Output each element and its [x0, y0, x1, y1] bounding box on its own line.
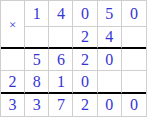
- cell-r1-c3: 4: [49, 1, 73, 27]
- cell-r2-c2: [25, 27, 49, 49]
- cell-r3-c3: 6: [49, 49, 73, 71]
- cell-r3-c5: 0: [98, 49, 122, 71]
- cell-r3-c4: 2: [73, 49, 97, 71]
- cell-r1-c2: 1: [25, 1, 49, 27]
- cell-r2-c5: 4: [98, 27, 122, 49]
- cell-r5-c5: 0: [98, 94, 122, 116]
- cell-r4-c6: [122, 71, 146, 94]
- cell-r5-c1: 3: [1, 94, 25, 116]
- cell-r4-c3: 1: [49, 71, 73, 94]
- multiply-icon: ×: [9, 18, 16, 31]
- cell-r5-c3: 7: [49, 94, 73, 116]
- cell-r1-c6: 0: [122, 1, 146, 27]
- cell-r3-c6: [122, 49, 146, 71]
- cell-r5-c4: 2: [73, 94, 97, 116]
- cell-r4-c1: 2: [1, 71, 25, 94]
- cell-r1-c4: 0: [73, 1, 97, 27]
- cell-r4-c5: [98, 71, 122, 94]
- cell-r4-c4: 0: [73, 71, 97, 94]
- cell-r5-c2: 3: [25, 94, 49, 116]
- cell-r3-c2: 5: [25, 49, 49, 71]
- multiply-sign-cell: ×: [1, 1, 25, 49]
- cell-r2-c3: [49, 27, 73, 49]
- cell-r2-c6: [122, 27, 146, 49]
- cell-r5-c6: 0: [122, 94, 146, 116]
- cell-r2-c4: 2: [73, 27, 97, 49]
- cell-r1-c5: 5: [98, 1, 122, 27]
- multiplication-grid: × 1 4 0 5 0 2 4 5 6 2 0 2 8 1 0 3 3 7 2 …: [0, 0, 147, 117]
- cell-r3-c1: [1, 49, 25, 71]
- cell-r4-c2: 8: [25, 71, 49, 94]
